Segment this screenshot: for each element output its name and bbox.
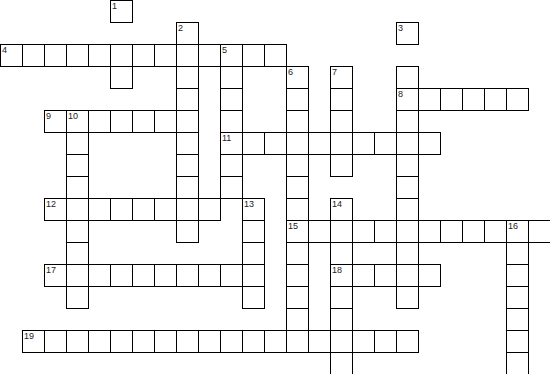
cell [396, 110, 419, 133]
cell [506, 308, 529, 331]
cell [44, 264, 67, 287]
cell [330, 88, 353, 111]
cell [308, 330, 331, 353]
cell [286, 176, 309, 199]
cell [242, 264, 265, 287]
cell [286, 330, 309, 353]
cell [66, 286, 89, 309]
cell [506, 88, 529, 111]
cell [110, 264, 133, 287]
cell [506, 242, 529, 265]
cell [66, 264, 89, 287]
cell [22, 44, 45, 67]
cell [506, 286, 529, 309]
cell [264, 132, 287, 155]
cell [220, 66, 243, 89]
cell [66, 220, 89, 243]
cell [110, 198, 133, 221]
cell [308, 132, 331, 155]
cell [286, 88, 309, 111]
cell [440, 88, 463, 111]
cell [374, 264, 397, 287]
cell [198, 198, 221, 221]
cell [352, 132, 375, 155]
cell [176, 88, 199, 111]
cell [154, 330, 177, 353]
cell [396, 264, 419, 287]
cell [176, 176, 199, 199]
cell [374, 220, 397, 243]
crossword-grid: 12345678910111213141516171819 [0, 0, 550, 374]
cell [44, 110, 67, 133]
cell [220, 88, 243, 111]
cell [198, 44, 221, 67]
cell [66, 198, 89, 221]
cell [22, 330, 45, 353]
cell [374, 330, 397, 353]
cell [418, 220, 441, 243]
cell [66, 176, 89, 199]
cell [396, 330, 419, 353]
cell [176, 330, 199, 353]
cell [66, 330, 89, 353]
cell [396, 286, 419, 309]
cell [88, 198, 111, 221]
cell [220, 330, 243, 353]
cell [220, 264, 243, 287]
cell [418, 264, 441, 287]
cell [396, 132, 419, 155]
cell [484, 220, 507, 243]
cell [484, 88, 507, 111]
cell [418, 132, 441, 155]
cell [396, 220, 419, 243]
cell [330, 220, 353, 243]
cell [396, 176, 419, 199]
cell [88, 44, 111, 67]
cell [286, 220, 309, 243]
cell [506, 352, 529, 374]
cell [176, 220, 199, 243]
cell [88, 264, 111, 287]
cell [88, 330, 111, 353]
cell [110, 66, 133, 89]
cell [286, 154, 309, 177]
cell [110, 330, 133, 353]
cell [286, 110, 309, 133]
cell [132, 330, 155, 353]
cell [330, 110, 353, 133]
cell [396, 22, 419, 45]
cell [506, 264, 529, 287]
cell [176, 44, 199, 67]
cell [0, 44, 23, 67]
cell [242, 330, 265, 353]
cell [506, 330, 529, 353]
cell [176, 22, 199, 45]
cell [308, 220, 331, 243]
cell [66, 110, 89, 133]
cell [396, 66, 419, 89]
cell [396, 154, 419, 177]
cell [242, 44, 265, 67]
cell [44, 330, 67, 353]
cell [220, 176, 243, 199]
cell [264, 330, 287, 353]
cell [176, 110, 199, 133]
cell [528, 220, 550, 243]
cell [418, 88, 441, 111]
cell [132, 44, 155, 67]
cell [220, 110, 243, 133]
cell [330, 66, 353, 89]
cell [198, 264, 221, 287]
cell [330, 330, 353, 353]
cell [396, 242, 419, 265]
cell [286, 66, 309, 89]
cell [154, 264, 177, 287]
cell [330, 352, 353, 374]
cell [506, 220, 529, 243]
cell [264, 44, 287, 67]
cell [220, 154, 243, 177]
cell [44, 44, 67, 67]
cell [286, 242, 309, 265]
cell [352, 264, 375, 287]
cell [66, 242, 89, 265]
cell [374, 132, 397, 155]
cell [176, 154, 199, 177]
cell [242, 242, 265, 265]
cell [110, 44, 133, 67]
cell [330, 264, 353, 287]
cell [132, 198, 155, 221]
cell [154, 44, 177, 67]
cell [286, 308, 309, 331]
cell [286, 286, 309, 309]
cell [286, 264, 309, 287]
cell [242, 220, 265, 243]
cell [176, 66, 199, 89]
cell [66, 154, 89, 177]
cell [330, 154, 353, 177]
cell [330, 198, 353, 221]
cell [330, 242, 353, 265]
cell [242, 132, 265, 155]
cell [462, 88, 485, 111]
cell [176, 132, 199, 155]
cell [198, 330, 221, 353]
cell [396, 198, 419, 221]
cell [330, 132, 353, 155]
cell [352, 330, 375, 353]
cell [110, 0, 133, 23]
cell [66, 44, 89, 67]
cell [176, 264, 199, 287]
cell [220, 132, 243, 155]
cell [242, 198, 265, 221]
cell [176, 198, 199, 221]
cell [132, 264, 155, 287]
cell [396, 88, 419, 111]
cell [154, 110, 177, 133]
cell [242, 286, 265, 309]
cell [132, 110, 155, 133]
cell [330, 286, 353, 309]
cell [220, 44, 243, 67]
cell [286, 132, 309, 155]
cell [66, 132, 89, 155]
cell [286, 198, 309, 221]
cell [330, 308, 353, 331]
cell [352, 220, 375, 243]
cell [110, 110, 133, 133]
cell [462, 220, 485, 243]
cell [440, 220, 463, 243]
cell [154, 198, 177, 221]
cell [88, 110, 111, 133]
cell [44, 198, 67, 221]
